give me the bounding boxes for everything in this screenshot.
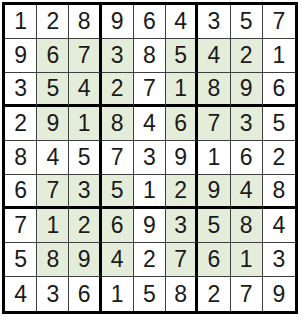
cell-r6c9[interactable]: 8 [263, 175, 295, 209]
cell-r8c1[interactable]: 5 [5, 243, 37, 277]
cell-r2c1[interactable]: 9 [5, 39, 37, 73]
cell-r8c2[interactable]: 8 [37, 243, 69, 277]
cell-r4c7[interactable]: 7 [198, 107, 230, 141]
cell-r8c5[interactable]: 2 [134, 243, 166, 277]
cell-r4c3[interactable]: 1 [69, 107, 101, 141]
cell-r7c9[interactable]: 4 [263, 209, 295, 243]
cell-r9c3[interactable]: 6 [69, 277, 101, 311]
cell-r7c2[interactable]: 1 [37, 209, 69, 243]
cell-r5c7[interactable]: 1 [198, 141, 230, 175]
cell-r2c8[interactable]: 2 [231, 39, 263, 73]
cell-r1c2[interactable]: 2 [37, 5, 69, 39]
cell-r8c3[interactable]: 9 [69, 243, 101, 277]
cell-r6c6[interactable]: 2 [166, 175, 198, 209]
cell-r5c6[interactable]: 9 [166, 141, 198, 175]
cell-r2c4[interactable]: 3 [102, 39, 134, 73]
cell-r3c7[interactable]: 8 [198, 73, 230, 107]
cell-r7c4[interactable]: 6 [102, 209, 134, 243]
cell-r5c1[interactable]: 8 [5, 141, 37, 175]
cell-r1c5[interactable]: 6 [134, 5, 166, 39]
cell-r2c5[interactable]: 8 [134, 39, 166, 73]
cell-r7c5[interactable]: 9 [134, 209, 166, 243]
cell-r5c5[interactable]: 3 [134, 141, 166, 175]
cell-r3c3[interactable]: 4 [69, 73, 101, 107]
cell-r2c9[interactable]: 1 [263, 39, 295, 73]
cell-r4c4[interactable]: 8 [102, 107, 134, 141]
cell-r9c5[interactable]: 5 [134, 277, 166, 311]
cell-r6c7[interactable]: 9 [198, 175, 230, 209]
cell-r9c8[interactable]: 7 [231, 277, 263, 311]
cell-r9c4[interactable]: 1 [102, 277, 134, 311]
cell-r6c8[interactable]: 4 [231, 175, 263, 209]
cell-r5c9[interactable]: 2 [263, 141, 295, 175]
cell-r6c3[interactable]: 3 [69, 175, 101, 209]
cell-r1c6[interactable]: 4 [166, 5, 198, 39]
cell-r1c4[interactable]: 9 [102, 5, 134, 39]
cell-r9c2[interactable]: 3 [37, 277, 69, 311]
cell-r3c2[interactable]: 5 [37, 73, 69, 107]
cell-r4c8[interactable]: 3 [231, 107, 263, 141]
cell-r6c5[interactable]: 1 [134, 175, 166, 209]
cell-r2c3[interactable]: 7 [69, 39, 101, 73]
cell-r3c8[interactable]: 9 [231, 73, 263, 107]
cell-r1c3[interactable]: 8 [69, 5, 101, 39]
cell-r6c2[interactable]: 7 [37, 175, 69, 209]
cell-r8c4[interactable]: 4 [102, 243, 134, 277]
cell-r8c6[interactable]: 7 [166, 243, 198, 277]
cell-r3c4[interactable]: 2 [102, 73, 134, 107]
cell-r7c8[interactable]: 8 [231, 209, 263, 243]
cell-r1c1[interactable]: 1 [5, 5, 37, 39]
cell-r5c4[interactable]: 7 [102, 141, 134, 175]
cell-r7c6[interactable]: 3 [166, 209, 198, 243]
cell-r2c2[interactable]: 6 [37, 39, 69, 73]
cell-r8c9[interactable]: 3 [263, 243, 295, 277]
cell-r5c3[interactable]: 5 [69, 141, 101, 175]
cell-r1c7[interactable]: 3 [198, 5, 230, 39]
cell-r3c5[interactable]: 7 [134, 73, 166, 107]
cell-r8c8[interactable]: 1 [231, 243, 263, 277]
cell-r3c1[interactable]: 3 [5, 73, 37, 107]
cell-r4c9[interactable]: 5 [263, 107, 295, 141]
cell-r4c6[interactable]: 6 [166, 107, 198, 141]
sudoku-canvas: 1289643579673854213542718962918467358457… [0, 0, 304, 320]
cell-r7c1[interactable]: 7 [5, 209, 37, 243]
cell-r4c1[interactable]: 2 [5, 107, 37, 141]
cell-r4c2[interactable]: 9 [37, 107, 69, 141]
sudoku-board: 1289643579673854213542718962918467358457… [2, 2, 298, 314]
cell-r6c4[interactable]: 5 [102, 175, 134, 209]
cell-r9c7[interactable]: 2 [198, 277, 230, 311]
cell-r1c8[interactable]: 5 [231, 5, 263, 39]
cell-r7c7[interactable]: 5 [198, 209, 230, 243]
cell-r1c9[interactable]: 7 [263, 5, 295, 39]
cell-r5c2[interactable]: 4 [37, 141, 69, 175]
cell-r4c5[interactable]: 4 [134, 107, 166, 141]
cell-r2c6[interactable]: 5 [166, 39, 198, 73]
cell-r5c8[interactable]: 6 [231, 141, 263, 175]
cell-r3c9[interactable]: 6 [263, 73, 295, 107]
cell-r6c1[interactable]: 6 [5, 175, 37, 209]
cell-r7c3[interactable]: 2 [69, 209, 101, 243]
cell-r3c6[interactable]: 1 [166, 73, 198, 107]
cell-r2c7[interactable]: 4 [198, 39, 230, 73]
cell-r9c6[interactable]: 8 [166, 277, 198, 311]
cell-r9c9[interactable]: 9 [263, 277, 295, 311]
cell-r8c7[interactable]: 6 [198, 243, 230, 277]
cell-r9c1[interactable]: 4 [5, 277, 37, 311]
